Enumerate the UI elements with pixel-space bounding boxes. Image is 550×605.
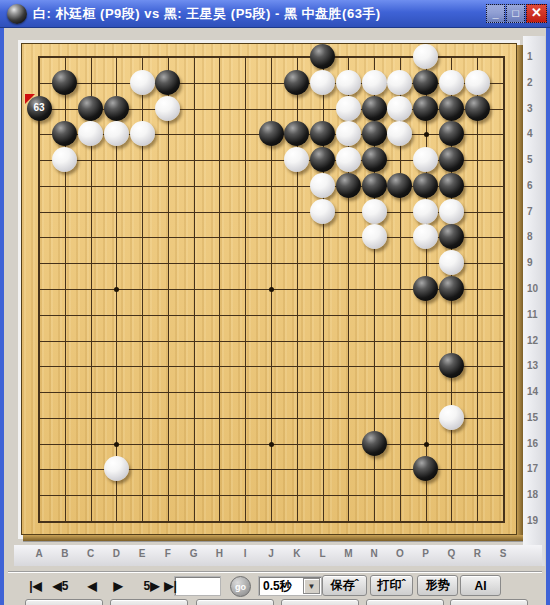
row-label-3: 3 — [527, 103, 533, 114]
nav-last-button[interactable]: ▶| — [162, 577, 179, 595]
black-stone-D3 — [104, 96, 129, 121]
row-label-18: 18 — [527, 489, 538, 500]
board-side-bottom — [23, 535, 523, 542]
row-label-9: 9 — [527, 257, 533, 268]
row-label-6: 6 — [527, 180, 533, 191]
white-stone-L7 — [310, 199, 335, 224]
black-stone-Q3 — [439, 96, 464, 121]
row-label-5: 5 — [527, 154, 533, 165]
black-stone-F2 — [155, 70, 180, 95]
column-label-N: N — [366, 548, 382, 559]
nav-forward-button[interactable]: ▶ — [112, 577, 124, 595]
window-title: 白: 朴廷桓 (P9段) vs 黑: 王星昊 (P5段) - 黑 中盘胜(63手… — [33, 0, 381, 28]
white-stone-R2 — [465, 70, 490, 95]
last-move-number: 63 — [33, 103, 44, 113]
black-stone-Q6 — [439, 173, 464, 198]
nav-back-button[interactable]: ◀ — [86, 577, 98, 595]
row-label-13: 13 — [527, 360, 538, 371]
black-stone-C3 — [78, 96, 103, 121]
ai-button[interactable]: AI — [460, 575, 501, 596]
white-stone-E2 — [130, 70, 155, 95]
black-stone-K2 — [284, 70, 309, 95]
row-label-15: 15 — [527, 412, 538, 423]
black-stone-N16 — [362, 431, 387, 456]
column-label-I: I — [237, 548, 253, 559]
black-stone-M6 — [336, 173, 361, 198]
shape-analysis-button[interactable]: 形势 — [417, 575, 458, 596]
speed-dropdown-value: 0.5秒 — [263, 577, 292, 595]
black-stone-P3 — [413, 96, 438, 121]
row-label-19: 19 — [527, 515, 538, 526]
black-stone-N5 — [362, 147, 387, 172]
row-label-16: 16 — [527, 438, 538, 449]
white-stone-Q7 — [439, 199, 464, 224]
toolbar-separator — [8, 571, 542, 573]
star-point — [424, 442, 429, 447]
toolbar-row2-button[interactable] — [366, 599, 444, 605]
nav-back5-button[interactable]: ◀5 — [51, 577, 70, 595]
column-label-L: L — [315, 548, 331, 559]
black-stone-N6 — [362, 173, 387, 198]
white-stone-F3 — [155, 96, 180, 121]
toolbar-row2-button[interactable] — [25, 599, 103, 605]
column-label-E: E — [134, 548, 150, 559]
column-label-J: J — [263, 548, 279, 559]
white-stone-Q15 — [439, 405, 464, 430]
toolbar-row2-button[interactable] — [281, 599, 359, 605]
last-move-marker-icon — [25, 94, 35, 104]
black-stone-B2 — [52, 70, 77, 95]
row-label-1: 1 — [527, 51, 533, 62]
black-stone-A3: 63 — [27, 96, 52, 121]
white-stone-M3 — [336, 96, 361, 121]
white-stone-D4 — [104, 121, 129, 146]
white-stone-P7 — [413, 199, 438, 224]
black-stone-P2 — [413, 70, 438, 95]
black-stone-N3 — [362, 96, 387, 121]
column-label-K: K — [289, 548, 305, 559]
white-stone-N2 — [362, 70, 387, 95]
white-stone-L2 — [310, 70, 335, 95]
black-stone-Q5 — [439, 147, 464, 172]
row-label-11: 11 — [527, 309, 538, 320]
row-label-2: 2 — [527, 77, 533, 88]
white-stone-Q2 — [439, 70, 464, 95]
speed-dropdown[interactable]: 0.5秒 ▼ — [258, 576, 322, 596]
go-button[interactable]: go — [230, 576, 251, 597]
maximize-button[interactable]: □ — [506, 4, 525, 23]
column-label-O: O — [392, 548, 408, 559]
row-label-4: 4 — [527, 128, 533, 139]
board-side-right — [517, 45, 523, 537]
column-label-G: G — [186, 548, 202, 559]
white-stone-L6 — [310, 173, 335, 198]
title-bar: 白: 朴廷桓 (P9段) vs 黑: 王星昊 (P5段) - 黑 中盘胜(63手… — [0, 0, 550, 28]
column-label-Q: Q — [443, 548, 459, 559]
close-button[interactable]: ✕ — [526, 4, 547, 23]
black-stone-P6 — [413, 173, 438, 198]
black-stone-L1 — [310, 44, 335, 69]
column-label-F: F — [160, 548, 176, 559]
toolbar-row2-button[interactable] — [196, 599, 274, 605]
black-stone-J4 — [259, 121, 284, 146]
window-border-right — [546, 28, 550, 605]
white-stone-N7 — [362, 199, 387, 224]
column-label-H: H — [211, 548, 227, 559]
row-label-7: 7 — [527, 206, 533, 217]
star-point — [269, 442, 274, 447]
row-label-17: 17 — [527, 463, 538, 474]
minimize-button[interactable]: _ — [486, 4, 505, 23]
white-stone-O3 — [387, 96, 412, 121]
black-stone-Q10 — [439, 276, 464, 301]
column-label-S: S — [495, 548, 511, 559]
toolbar-row2-button[interactable] — [110, 599, 188, 605]
print-button[interactable]: 打印ˆ — [370, 575, 413, 596]
save-button[interactable]: 保存ˆ — [322, 575, 367, 596]
white-stone-M5 — [336, 147, 361, 172]
column-label-M: M — [340, 548, 356, 559]
nav-forward5-button[interactable]: 5▶ — [142, 577, 161, 595]
column-label-C: C — [83, 548, 99, 559]
column-label-D: D — [108, 548, 124, 559]
black-stone-N4 — [362, 121, 387, 146]
star-point — [269, 287, 274, 292]
go-viewer-window: 白: 朴廷桓 (P9段) vs 黑: 王星昊 (P5段) - 黑 中盘胜(63手… — [0, 0, 550, 605]
black-stone-R3 — [465, 96, 490, 121]
toolbar-row2-button[interactable] — [450, 599, 528, 605]
white-stone-N8 — [362, 224, 387, 249]
white-stone-M2 — [336, 70, 361, 95]
column-label-P: P — [418, 548, 434, 559]
move-number-input[interactable] — [174, 576, 221, 596]
app-icon-go-stone — [7, 4, 27, 24]
row-label-10: 10 — [527, 283, 538, 294]
white-stone-E4 — [130, 121, 155, 146]
column-label-B: B — [57, 548, 73, 559]
row-label-strip — [523, 36, 545, 566]
column-label-R: R — [469, 548, 485, 559]
window-border-left — [0, 28, 4, 605]
row-label-12: 12 — [527, 335, 538, 346]
row-label-8: 8 — [527, 231, 533, 242]
row-label-14: 14 — [527, 386, 538, 397]
nav-first-button[interactable]: |◀ — [27, 577, 44, 595]
column-label-A: A — [31, 548, 47, 559]
chevron-down-icon[interactable]: ▼ — [303, 578, 320, 594]
